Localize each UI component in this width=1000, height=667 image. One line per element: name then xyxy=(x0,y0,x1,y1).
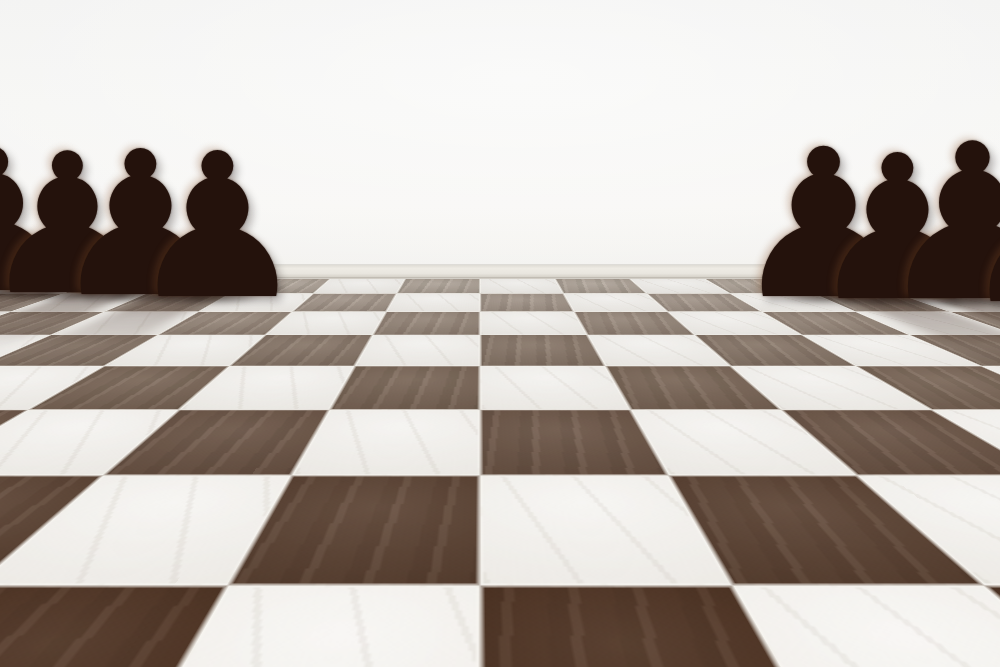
black-pawn[interactable]: ♟ xyxy=(128,127,307,327)
floor-tile[interactable] xyxy=(587,335,730,366)
floor-tile[interactable] xyxy=(563,293,667,311)
floor-tile[interactable] xyxy=(630,279,730,293)
chess-floor-scene: ♟♟♟♟♟♟♟♟ xyxy=(0,0,1000,667)
floor-tile[interactable] xyxy=(781,410,1000,476)
floor-tile[interactable] xyxy=(373,312,480,335)
floor-tile[interactable] xyxy=(605,366,781,410)
floor-tile[interactable] xyxy=(981,366,1000,410)
floor-tile[interactable] xyxy=(731,366,932,410)
floor-tile[interactable] xyxy=(313,279,405,293)
floor-tile[interactable] xyxy=(932,410,1000,476)
floor-tile[interactable] xyxy=(397,279,480,293)
floor-tile[interactable] xyxy=(480,293,574,311)
floor-tile[interactable] xyxy=(355,335,480,366)
floor-tile[interactable] xyxy=(480,335,605,366)
floor-tile[interactable] xyxy=(555,279,647,293)
floor-tile[interactable] xyxy=(480,279,563,293)
floor-tile[interactable] xyxy=(386,293,480,311)
floor-tile[interactable] xyxy=(732,585,1000,667)
floor-tile[interactable] xyxy=(856,366,1000,410)
floor-tile[interactable] xyxy=(480,366,631,410)
floor-tile[interactable] xyxy=(574,312,695,335)
floor-tile[interactable] xyxy=(329,366,480,410)
floor-tile[interactable] xyxy=(631,410,857,476)
black-pawn[interactable]: ♟ xyxy=(959,126,1000,333)
floor-tile[interactable] xyxy=(480,312,587,335)
